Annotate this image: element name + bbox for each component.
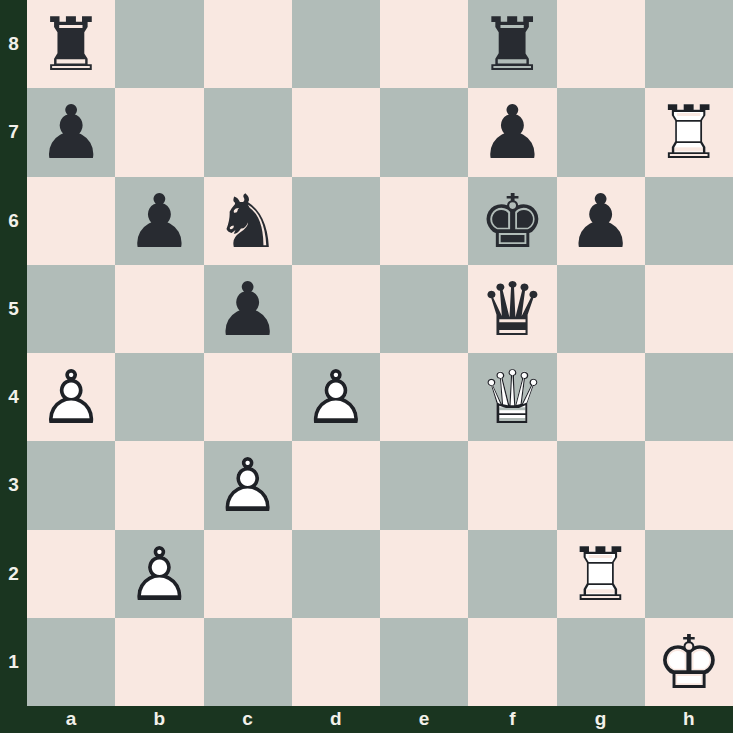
square-d4[interactable]: ♟︎♙︎ bbox=[292, 353, 380, 441]
square-b2[interactable]: ♟︎♙︎ bbox=[115, 530, 203, 618]
square-g8[interactable] bbox=[557, 0, 645, 88]
piece-black-queen[interactable]: ♛︎ bbox=[468, 265, 556, 353]
square-a5[interactable] bbox=[27, 265, 115, 353]
piece-black-pawn[interactable]: ♟︎ bbox=[468, 88, 556, 176]
piece-black-rook[interactable]: ♜︎ bbox=[27, 0, 115, 88]
square-e8[interactable] bbox=[380, 0, 468, 88]
file-coordinates: a b c d e f g h bbox=[27, 706, 733, 733]
square-b5[interactable] bbox=[115, 265, 203, 353]
square-f7[interactable]: ♟︎ bbox=[468, 88, 556, 176]
square-e4[interactable] bbox=[380, 353, 468, 441]
square-g1[interactable] bbox=[557, 618, 645, 706]
piece-white-pawn[interactable]: ♟︎♙︎ bbox=[27, 353, 115, 441]
file-label-e: e bbox=[380, 706, 468, 733]
square-b6[interactable]: ♟︎ bbox=[115, 177, 203, 265]
square-d1[interactable] bbox=[292, 618, 380, 706]
square-g4[interactable] bbox=[557, 353, 645, 441]
square-f3[interactable] bbox=[468, 441, 556, 529]
square-h3[interactable] bbox=[645, 441, 733, 529]
square-b7[interactable] bbox=[115, 88, 203, 176]
square-c8[interactable] bbox=[204, 0, 292, 88]
piece-white-rook[interactable]: ♜︎♖︎ bbox=[557, 530, 645, 618]
square-g3[interactable] bbox=[557, 441, 645, 529]
file-label-c: c bbox=[204, 706, 292, 733]
piece-white-rook[interactable]: ♜︎♖︎ bbox=[645, 88, 733, 176]
square-d2[interactable] bbox=[292, 530, 380, 618]
piece-outline-layer: ♖︎ bbox=[567, 537, 633, 611]
piece-outline-layer: ♙︎ bbox=[38, 360, 104, 434]
rank-label-3: 3 bbox=[0, 441, 27, 529]
square-g7[interactable] bbox=[557, 88, 645, 176]
piece-white-pawn[interactable]: ♟︎♙︎ bbox=[292, 353, 380, 441]
piece-black-king[interactable]: ♚︎ bbox=[468, 177, 556, 265]
square-b8[interactable] bbox=[115, 0, 203, 88]
square-b4[interactable] bbox=[115, 353, 203, 441]
square-h4[interactable] bbox=[645, 353, 733, 441]
piece-black-pawn[interactable]: ♟︎ bbox=[557, 177, 645, 265]
square-a8[interactable]: ♜︎ bbox=[27, 0, 115, 88]
square-a3[interactable] bbox=[27, 441, 115, 529]
square-c3[interactable]: ♟︎♙︎ bbox=[204, 441, 292, 529]
square-e1[interactable] bbox=[380, 618, 468, 706]
piece-outline-layer: ♕︎ bbox=[479, 360, 545, 434]
piece-black-knight[interactable]: ♞︎ bbox=[204, 177, 292, 265]
piece-black-pawn[interactable]: ♟︎ bbox=[27, 88, 115, 176]
square-d3[interactable] bbox=[292, 441, 380, 529]
rank-label-8: 8 bbox=[0, 0, 27, 88]
square-e3[interactable] bbox=[380, 441, 468, 529]
piece-black-rook[interactable]: ♜︎ bbox=[468, 0, 556, 88]
rank-label-4: 4 bbox=[0, 353, 27, 441]
rank-coordinates: 8 7 6 5 4 3 2 1 bbox=[0, 0, 27, 706]
square-g6[interactable]: ♟︎ bbox=[557, 177, 645, 265]
rank-label-2: 2 bbox=[0, 530, 27, 618]
square-d6[interactable] bbox=[292, 177, 380, 265]
square-g5[interactable] bbox=[557, 265, 645, 353]
square-d5[interactable] bbox=[292, 265, 380, 353]
piece-outline-layer: ♙︎ bbox=[303, 360, 369, 434]
piece-white-king[interactable]: ♚︎♔︎ bbox=[645, 618, 733, 706]
square-e5[interactable] bbox=[380, 265, 468, 353]
rank-label-5: 5 bbox=[0, 265, 27, 353]
square-c4[interactable] bbox=[204, 353, 292, 441]
piece-white-pawn[interactable]: ♟︎♙︎ bbox=[204, 441, 292, 529]
file-label-g: g bbox=[557, 706, 645, 733]
square-h7[interactable]: ♜︎♖︎ bbox=[645, 88, 733, 176]
rank-label-6: 6 bbox=[0, 177, 27, 265]
square-d7[interactable] bbox=[292, 88, 380, 176]
square-h8[interactable] bbox=[645, 0, 733, 88]
square-c1[interactable] bbox=[204, 618, 292, 706]
file-label-b: b bbox=[115, 706, 203, 733]
piece-white-pawn[interactable]: ♟︎♙︎ bbox=[115, 530, 203, 618]
file-label-a: a bbox=[27, 706, 115, 733]
piece-outline-layer: ♖︎ bbox=[656, 95, 722, 169]
square-f6[interactable]: ♚︎ bbox=[468, 177, 556, 265]
file-label-h: h bbox=[645, 706, 733, 733]
piece-outline-layer: ♔︎ bbox=[656, 625, 722, 699]
square-d8[interactable] bbox=[292, 0, 380, 88]
square-f1[interactable] bbox=[468, 618, 556, 706]
piece-black-pawn[interactable]: ♟︎ bbox=[115, 177, 203, 265]
file-label-d: d bbox=[292, 706, 380, 733]
square-a1[interactable] bbox=[27, 618, 115, 706]
square-b1[interactable] bbox=[115, 618, 203, 706]
square-e2[interactable] bbox=[380, 530, 468, 618]
square-h5[interactable] bbox=[645, 265, 733, 353]
piece-outline-layer: ♙︎ bbox=[214, 448, 280, 522]
chess-board: ♜︎♜︎♟︎♟︎♜︎♖︎♟︎♞︎♚︎♟︎♟︎♛︎♟︎♙︎♟︎♙︎♛︎♕︎♟︎♙︎… bbox=[27, 0, 733, 706]
square-f5[interactable]: ♛︎ bbox=[468, 265, 556, 353]
chess-diagram: 8 7 6 5 4 3 2 1 ♜︎♜︎♟︎♟︎♜︎♖︎♟︎♞︎♚︎♟︎♟︎♛︎… bbox=[0, 0, 733, 733]
square-c5[interactable]: ♟︎ bbox=[204, 265, 292, 353]
square-h6[interactable] bbox=[645, 177, 733, 265]
piece-white-queen[interactable]: ♛︎♕︎ bbox=[468, 353, 556, 441]
square-a7[interactable]: ♟︎ bbox=[27, 88, 115, 176]
square-a6[interactable] bbox=[27, 177, 115, 265]
square-h1[interactable]: ♚︎♔︎ bbox=[645, 618, 733, 706]
square-c6[interactable]: ♞︎ bbox=[204, 177, 292, 265]
file-label-f: f bbox=[468, 706, 556, 733]
piece-outline-layer: ♙︎ bbox=[126, 537, 192, 611]
rank-label-1: 1 bbox=[0, 618, 27, 706]
square-c2[interactable] bbox=[204, 530, 292, 618]
square-e7[interactable] bbox=[380, 88, 468, 176]
square-f2[interactable] bbox=[468, 530, 556, 618]
square-f4[interactable]: ♛︎♕︎ bbox=[468, 353, 556, 441]
square-e6[interactable] bbox=[380, 177, 468, 265]
square-f8[interactable]: ♜︎ bbox=[468, 0, 556, 88]
square-g2[interactable]: ♜︎♖︎ bbox=[557, 530, 645, 618]
square-a4[interactable]: ♟︎♙︎ bbox=[27, 353, 115, 441]
square-c7[interactable] bbox=[204, 88, 292, 176]
square-h2[interactable] bbox=[645, 530, 733, 618]
piece-black-pawn[interactable]: ♟︎ bbox=[204, 265, 292, 353]
square-a2[interactable] bbox=[27, 530, 115, 618]
square-b3[interactable] bbox=[115, 441, 203, 529]
rank-label-7: 7 bbox=[0, 88, 27, 176]
